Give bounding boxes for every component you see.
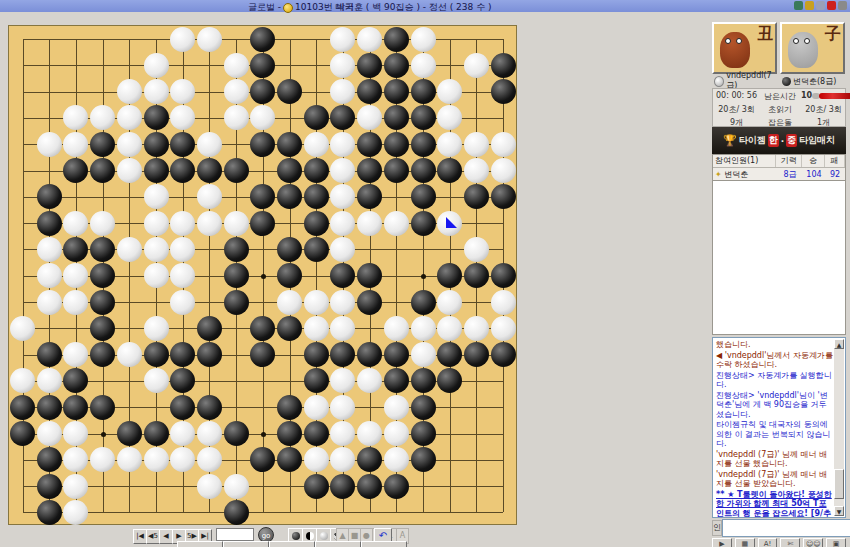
- star-point: [261, 432, 266, 437]
- chat-line-3: 진행상태> 자동계가를 실행합니다.: [716, 371, 833, 390]
- participant-list-area[interactable]: [712, 180, 846, 335]
- black-stone-3-4: [90, 132, 115, 157]
- scroll-down-arrow[interactable]: ▼: [834, 506, 844, 516]
- sidebar: 丑 子 vndepddl(7급) 변덕춘(8급) 00: 00: 56 남은시간…: [712, 21, 846, 547]
- white-stone-12-10: [330, 290, 355, 315]
- title-bar: 글로벌 - 10103번 대국 박기훈 ( 백 90집승 ) - 정선 ( 23…: [0, 0, 850, 12]
- black-stone-5-5: [144, 158, 169, 183]
- white-stone-6-0: [170, 27, 195, 52]
- black-stone-1-18: [37, 500, 62, 525]
- white-stone-6-8: [170, 237, 195, 262]
- black-stone-18-12: [491, 342, 516, 367]
- white-stone-16-4: [437, 132, 462, 157]
- white-stone-14-16: [384, 447, 409, 472]
- black-stone-15-15: [411, 421, 436, 446]
- white-stone-12-14: [330, 395, 355, 420]
- black-stone-13-5: [357, 158, 382, 183]
- black-stone-10-2: [277, 79, 302, 104]
- black-stone-16-5: [437, 158, 462, 183]
- black-stone-18-9: [491, 263, 516, 288]
- participant-header: 참여인원(1) 기력 승 패: [713, 155, 845, 168]
- black-stone-14-4: [384, 132, 409, 157]
- go-board[interactable]: [8, 25, 517, 525]
- white-stone-3-16: [90, 447, 115, 472]
- black-remaining-time: 10: [801, 91, 811, 100]
- black-stone-14-3: [384, 105, 409, 130]
- black-stone-15-13: [411, 368, 436, 393]
- white-stone-15-12: [411, 342, 436, 367]
- white-stone-6-16: [170, 447, 195, 472]
- black-stone-9-6: [250, 184, 275, 209]
- white-stone-17-4: [464, 132, 489, 157]
- label-remaining-time: 남은시간: [760, 91, 800, 102]
- chat-line-8: 'vndepddl (7급)' 님께 매너 배지를 선물 받았습니다.: [716, 470, 833, 489]
- col-participants: 참여인원(1): [713, 155, 776, 167]
- white-remaining-time: 00: 00: 56: [713, 91, 760, 100]
- white-stone-12-7: [330, 211, 355, 236]
- black-stone-10-14: [277, 395, 302, 420]
- white-stone-5-9: [144, 263, 169, 288]
- black-stone-16-9: [437, 263, 462, 288]
- chat-lines: 했습니다.◀ 'vndepddl'님께서 자동계가를 수락 하셨습니다. 진행상…: [716, 340, 833, 518]
- black-stone-10-9: [277, 263, 302, 288]
- black-stone-15-6: [411, 184, 436, 209]
- white-stone-12-4: [330, 132, 355, 157]
- col-rank: 기력: [776, 155, 802, 167]
- white-stone-9-3: [250, 105, 275, 130]
- last-move-marker-icon: [446, 217, 457, 228]
- white-stone-17-11: [464, 316, 489, 341]
- white-stone-12-13: [330, 368, 355, 393]
- black-stone-14-1: [384, 53, 409, 78]
- black-stone-3-14: [90, 395, 115, 420]
- white-stone-13-15: [357, 421, 382, 446]
- nav-back-button[interactable]: ◀: [159, 529, 173, 544]
- black-stone-9-16: [250, 447, 275, 472]
- black-stone-9-7: [250, 211, 275, 236]
- black-stone-2-14: [63, 395, 88, 420]
- white-stone-14-15: [384, 421, 409, 446]
- white-stone-11-14: [304, 395, 329, 420]
- white-stone-16-10: [437, 290, 462, 315]
- chat-line-6: 타이젬규칙 및 대국자의 동의에 의한 이 결과는 번복되지 않습니다.: [716, 420, 833, 449]
- trophy-icon: 🏆: [723, 134, 737, 147]
- black-stone-11-6: [304, 184, 329, 209]
- black-stone-5-3: [144, 105, 169, 130]
- black-stone-18-2: [491, 79, 516, 104]
- white-stone-4-16: [117, 447, 142, 472]
- col-losses: 패: [825, 155, 845, 167]
- white-stone-5-8: [144, 237, 169, 262]
- black-stone-14-17: [384, 474, 409, 499]
- white-stone-13-13: [357, 368, 382, 393]
- white-stone-6-15: [170, 421, 195, 446]
- black-stone-12-9: [330, 263, 355, 288]
- white-stone-7-6: [197, 184, 222, 209]
- white-stone-14-14: [384, 395, 409, 420]
- black-stone-8-18: [224, 500, 249, 525]
- white-stone-10-10: [277, 290, 302, 315]
- titlebar-icon-4[interactable]: [838, 1, 847, 10]
- black-stone-15-16: [411, 447, 436, 472]
- black-stone-15-3: [411, 105, 436, 130]
- greeting-row: 인사말: [712, 520, 846, 536]
- chat-scrollbar[interactable]: ▲ ▼: [834, 339, 844, 516]
- white-stone-7-15: [197, 421, 222, 446]
- white-stone-12-16: [330, 447, 355, 472]
- white-stone-5-2: [144, 79, 169, 104]
- white-stone-8-1: [224, 53, 249, 78]
- black-stone-7-14: [197, 395, 222, 420]
- black-stone-11-7: [304, 211, 329, 236]
- nav-first-button[interactable]: |◀: [133, 529, 147, 544]
- bottom-cutoff-button-0[interactable]: [177, 541, 223, 547]
- sidebar-tool-icon-0[interactable]: ▶: [712, 538, 732, 547]
- bottom-cutoff-button-1[interactable]: [223, 541, 269, 547]
- white-stone-13-7: [357, 211, 382, 236]
- black-stone-6-14: [170, 395, 195, 420]
- sidebar-tool-icon-3[interactable]: ✄: [780, 538, 800, 547]
- white-stone-5-1: [144, 53, 169, 78]
- white-stone-2-17: [63, 474, 88, 499]
- black-player-label: 변덕춘(8급): [793, 76, 836, 87]
- chat-line-0: 했습니다.: [716, 340, 833, 350]
- event-banner[interactable]: 🏆 타이젬 한·중 타임매치: [712, 127, 846, 154]
- white-stone-12-15: [330, 421, 355, 446]
- black-stone-13-9: [357, 263, 382, 288]
- black-stone-18-6: [491, 184, 516, 209]
- titlebar-icons: [794, 1, 847, 10]
- black-stone-11-15: [304, 421, 329, 446]
- white-stone-5-7: [144, 211, 169, 236]
- black-stone-15-7: [411, 211, 436, 236]
- black-stone-2-8: [63, 237, 88, 262]
- white-stone-12-8: [330, 237, 355, 262]
- black-stone-13-16: [357, 447, 382, 472]
- black-stone-icon: [782, 77, 791, 86]
- white-player-name: vndepddl(7급): [712, 74, 778, 88]
- black-stone-1-14: [37, 395, 62, 420]
- black-stone-3-11: [90, 316, 115, 341]
- black-stone-13-2: [357, 79, 382, 104]
- white-stone-2-3: [63, 105, 88, 130]
- white-stone-1-8: [37, 237, 62, 262]
- white-stone-2-10: [63, 290, 88, 315]
- titlebar-icon-1[interactable]: [805, 1, 814, 10]
- white-stone-3-7: [90, 211, 115, 236]
- white-stone-8-17: [224, 474, 249, 499]
- participant-badge-icon: ✦: [715, 170, 722, 179]
- white-stone-7-7: [197, 211, 222, 236]
- white-stone-12-1: [330, 53, 355, 78]
- participant-table: 참여인원(1) 기력 승 패 ✦ 변덕춘 8급 104 92: [712, 154, 846, 182]
- black-stone-14-12: [384, 342, 409, 367]
- white-stone-6-2: [170, 79, 195, 104]
- label-byoyomi: 초읽기: [760, 104, 800, 115]
- white-stone-15-0: [411, 27, 436, 52]
- black-byoyomi: 20초/ 3회: [800, 104, 847, 115]
- black-stone-10-16: [277, 447, 302, 472]
- black-stone-13-12: [357, 342, 382, 367]
- titlebar-icon-3[interactable]: [827, 1, 836, 10]
- white-stone-icon: [714, 76, 724, 87]
- black-stone-9-11: [250, 316, 275, 341]
- black-stone-11-5: [304, 158, 329, 183]
- black-player-name: 변덕춘(8급): [780, 74, 846, 88]
- white-stone-12-0: [330, 27, 355, 52]
- white-stone-4-4: [117, 132, 142, 157]
- black-stone-13-6: [357, 184, 382, 209]
- white-stone-2-16: [63, 447, 88, 472]
- black-stone-15-5: [411, 158, 436, 183]
- titlebar-icon-2[interactable]: [816, 1, 825, 10]
- white-stone-11-10: [304, 290, 329, 315]
- chat-line-9[interactable]: ** ★ T룰렛이 돌아왔다! 풍성한 한 가위와 함께 최대 50억 T포인트…: [716, 490, 833, 519]
- banner-korea: 한: [768, 134, 779, 147]
- black-stone-13-17: [357, 474, 382, 499]
- chat-line-7: 'vndepddl (7급)' 님께 매너 배지를 선물 했습니다.: [716, 450, 833, 469]
- black-stone-9-4: [250, 132, 275, 157]
- white-stone-6-7: [170, 211, 195, 236]
- white-stone-14-7: [384, 211, 409, 236]
- black-stone-1-12: [37, 342, 62, 367]
- white-stone-18-11: [491, 316, 516, 341]
- white-stone-5-11: [144, 316, 169, 341]
- participant-name: 변덕춘: [724, 170, 748, 179]
- white-stone-1-15: [37, 421, 62, 446]
- black-stone-2-5: [63, 158, 88, 183]
- black-stone-13-1: [357, 53, 382, 78]
- black-stone-0-15: [10, 421, 35, 446]
- white-stone-1-13: [37, 368, 62, 393]
- white-stone-1-9: [37, 263, 62, 288]
- move-number-input[interactable]: [216, 528, 254, 541]
- black-stone-17-9: [464, 263, 489, 288]
- banner-text1: 타이젬: [739, 134, 766, 147]
- white-stone-12-11: [330, 316, 355, 341]
- white-stone-18-10: [491, 290, 516, 315]
- black-stone-1-17: [37, 474, 62, 499]
- black-stone-12-3: [330, 105, 355, 130]
- black-stone-9-12: [250, 342, 275, 367]
- black-stone-8-9: [224, 263, 249, 288]
- medal-icon: [283, 3, 293, 13]
- star-point: [261, 274, 266, 279]
- black-stone-15-4: [411, 132, 436, 157]
- black-stone-10-4: [277, 132, 302, 157]
- white-stone-14-11: [384, 316, 409, 341]
- black-stone-8-5: [224, 158, 249, 183]
- white-stone-16-2: [437, 79, 462, 104]
- black-stone-4-15: [117, 421, 142, 446]
- black-stone-10-6: [277, 184, 302, 209]
- white-stone-16-11: [437, 316, 462, 341]
- black-stone-6-13: [170, 368, 195, 393]
- white-stone-7-16: [197, 447, 222, 472]
- white-stone-2-18: [63, 500, 88, 525]
- black-stone-10-8: [277, 237, 302, 262]
- black-stone-5-15: [144, 421, 169, 446]
- white-stone-6-9: [170, 263, 195, 288]
- white-stone-7-0: [197, 27, 222, 52]
- white-stone-17-5: [464, 158, 489, 183]
- white-stone-2-9: [63, 263, 88, 288]
- black-stone-17-12: [464, 342, 489, 367]
- bottom-cutoff-button-4[interactable]: [361, 541, 407, 547]
- grid-line-h: [23, 486, 504, 487]
- banner-china: 중: [786, 134, 797, 147]
- black-stone-14-13: [384, 368, 409, 393]
- avatar-black-player: 子: [780, 22, 845, 74]
- black-stone-7-5: [197, 158, 222, 183]
- grid-line-h: [23, 512, 504, 513]
- white-stone-4-12: [117, 342, 142, 367]
- white-stone-17-1: [464, 53, 489, 78]
- black-stone-15-14: [411, 395, 436, 420]
- greeting-input[interactable]: [722, 519, 850, 537]
- white-stone-8-2: [224, 79, 249, 104]
- black-stone-3-12: [90, 342, 115, 367]
- room-label: 글로벌 -: [248, 1, 281, 14]
- chat-line-1: ◀ 'vndepddl'님께서 자동계가를 수락 하셨습니다.: [716, 351, 833, 370]
- black-stone-16-12: [437, 342, 462, 367]
- white-stone-13-3: [357, 105, 382, 130]
- chat-line-5: 진행상태> 'vndepddl'님이 '변덕춘'님에 게 백 90집승을 거두셨…: [716, 391, 833, 420]
- game-result-title: 박기훈 ( 백 90집승 ) - 정선 ( 238 수 ): [336, 1, 492, 14]
- white-stone-16-3: [437, 105, 462, 130]
- black-stone-3-8: [90, 237, 115, 262]
- white-stone-1-10: [37, 290, 62, 315]
- black-stone-17-6: [464, 184, 489, 209]
- sidebar-tool-icon-1[interactable]: ▦: [735, 538, 755, 547]
- black-stone-13-4: [357, 132, 382, 157]
- bottom-cutoff-button-2[interactable]: [269, 541, 315, 547]
- white-stone-7-17: [197, 474, 222, 499]
- white-stone-4-8: [117, 237, 142, 262]
- black-stone-11-12: [304, 342, 329, 367]
- nav-back5-button[interactable]: ◀5: [146, 529, 160, 544]
- banner-text2: 타임매치: [799, 134, 835, 147]
- white-stone-12-5: [330, 158, 355, 183]
- black-stone-16-13: [437, 368, 462, 393]
- scroll-up-arrow[interactable]: ▲: [834, 339, 844, 349]
- zodiac-ox-label: 丑: [757, 24, 773, 45]
- white-stone-8-7: [224, 211, 249, 236]
- white-stone-11-16: [304, 447, 329, 472]
- black-stone-12-17: [330, 474, 355, 499]
- black-stone-10-15: [277, 421, 302, 446]
- sidebar-tool-icon-5[interactable]: ▣: [826, 538, 846, 547]
- white-stone-11-11: [304, 316, 329, 341]
- white-stone-17-8: [464, 237, 489, 262]
- white-stone-5-16: [144, 447, 169, 472]
- black-stone-8-10: [224, 290, 249, 315]
- black-stone-14-2: [384, 79, 409, 104]
- white-stone-2-15: [63, 421, 88, 446]
- black-stone-12-12: [330, 342, 355, 367]
- col-wins: 승: [802, 155, 824, 167]
- black-stone-6-4: [170, 132, 195, 157]
- white-stone-4-2: [117, 79, 142, 104]
- black-stone-3-10: [90, 290, 115, 315]
- white-stone-15-11: [411, 316, 436, 341]
- black-stone-6-12: [170, 342, 195, 367]
- white-byoyomi: 20초/ 3회: [713, 104, 760, 115]
- white-stone-5-13: [144, 368, 169, 393]
- white-stone-2-7: [63, 211, 88, 236]
- white-stone-13-0: [357, 27, 382, 52]
- black-stone-11-17: [304, 474, 329, 499]
- sidebar-tool-icon-2[interactable]: A!: [758, 538, 778, 547]
- sidebar-icon-row: ▶▦A!✄☺☺▣: [712, 538, 846, 547]
- star-point: [101, 432, 106, 437]
- chat-log[interactable]: 했습니다.◀ 'vndepddl'님께서 자동계가를 수락 하셨습니다. 진행상…: [712, 337, 846, 518]
- black-stone-8-15: [224, 421, 249, 446]
- time-bar: [819, 93, 850, 99]
- white-stone-3-3: [90, 105, 115, 130]
- black-stone-18-1: [491, 53, 516, 78]
- black-stone-1-7: [37, 211, 62, 236]
- black-stone-7-11: [197, 316, 222, 341]
- black-stone-3-9: [90, 263, 115, 288]
- avatar-white-player: 丑: [712, 22, 777, 74]
- white-stone-0-13: [10, 368, 35, 393]
- black-stone-2-13: [63, 368, 88, 393]
- black-stone-9-2: [250, 79, 275, 104]
- black-stone-15-10: [411, 290, 436, 315]
- mouse-cartoon: [788, 32, 818, 68]
- star-point: [421, 274, 426, 279]
- white-stone-2-4: [63, 132, 88, 157]
- black-stone-6-5: [170, 158, 195, 183]
- white-stone-12-2: [330, 79, 355, 104]
- sidebar-tool-icon-4[interactable]: ☺☺: [803, 538, 823, 547]
- white-stone-12-6: [330, 184, 355, 209]
- white-stone-6-3: [170, 105, 195, 130]
- scroll-thumb[interactable]: [834, 469, 844, 499]
- black-stone-13-10: [357, 290, 382, 315]
- white-stone-0-11: [10, 316, 35, 341]
- black-stone-1-16: [37, 447, 62, 472]
- black-stone-1-6: [37, 184, 62, 209]
- white-stone-4-5: [117, 158, 142, 183]
- black-stone-15-2: [411, 79, 436, 104]
- black-stone-9-0: [250, 27, 275, 52]
- white-stone-1-4: [37, 132, 62, 157]
- ox-cartoon: [720, 32, 750, 68]
- black-stone-14-0: [384, 27, 409, 52]
- zodiac-rat-label: 子: [825, 24, 841, 45]
- bottom-cutoff-button-3[interactable]: [315, 541, 361, 547]
- black-stone-0-14: [10, 395, 35, 420]
- white-stone-7-4: [197, 132, 222, 157]
- black-stone-11-8: [304, 237, 329, 262]
- black-stone-10-11: [277, 316, 302, 341]
- greeting-label: 인사말: [712, 520, 722, 536]
- white-stone-15-1: [411, 53, 436, 78]
- white-stone-8-3: [224, 105, 249, 130]
- black-stone-7-12: [197, 342, 222, 367]
- black-stone-10-5: [277, 158, 302, 183]
- black-stone-5-4: [144, 132, 169, 157]
- black-stone-14-5: [384, 158, 409, 183]
- black-stone-8-8: [224, 237, 249, 262]
- white-stone-5-6: [144, 184, 169, 209]
- white-stone-4-3: [117, 105, 142, 130]
- titlebar-icon-0[interactable]: [794, 1, 803, 10]
- white-stone-18-4: [491, 132, 516, 157]
- black-stone-11-13: [304, 368, 329, 393]
